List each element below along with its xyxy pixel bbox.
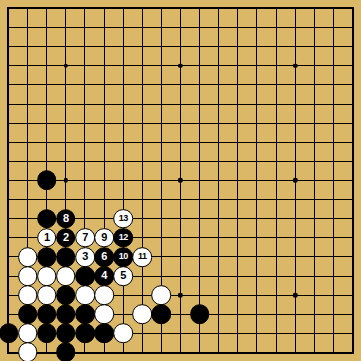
move-number-label: 7 — [82, 232, 88, 243]
stone-black[interactable] — [190, 304, 210, 324]
stone-white[interactable] — [56, 266, 76, 286]
stone-white[interactable] — [132, 304, 152, 324]
stone-black[interactable] — [37, 324, 57, 344]
stone-black[interactable] — [152, 304, 172, 324]
move-number-label: 3 — [82, 251, 88, 262]
stone-black[interactable] — [75, 266, 95, 286]
stone-white[interactable]: 13 — [113, 209, 133, 229]
move-number-label: 6 — [101, 251, 107, 262]
stone-black[interactable] — [94, 324, 114, 344]
stone-white[interactable] — [37, 285, 57, 305]
stone-white[interactable]: 11 — [132, 247, 152, 267]
stone-black[interactable]: 10 — [113, 247, 133, 267]
go-board[interactable]: 81312791236101145 — [0, 0, 361, 361]
stone-white[interactable] — [18, 285, 38, 305]
stone-white[interactable] — [37, 266, 57, 286]
move-number-label: 5 — [120, 271, 126, 282]
stone-black[interactable] — [37, 247, 57, 267]
stone-black[interactable] — [37, 209, 57, 229]
stone-white[interactable] — [18, 247, 38, 267]
stone-black[interactable] — [56, 247, 76, 267]
move-number-label: 10 — [119, 252, 128, 261]
move-number-label: 12 — [119, 233, 128, 242]
stone-black[interactable] — [75, 304, 95, 324]
move-number-label: 11 — [138, 252, 147, 261]
stone-white[interactable] — [152, 285, 172, 305]
stone-white[interactable]: 3 — [75, 247, 95, 267]
stone-black[interactable] — [56, 343, 76, 361]
stone-white[interactable] — [18, 343, 38, 361]
stone-black[interactable] — [56, 304, 76, 324]
move-number-label: 1 — [44, 232, 50, 243]
stone-black[interactable] — [56, 285, 76, 305]
stone-black[interactable] — [18, 304, 38, 324]
stone-black[interactable]: 8 — [56, 209, 76, 229]
stone-white[interactable] — [18, 324, 38, 344]
stone-white[interactable]: 7 — [75, 228, 95, 248]
move-number-label: 4 — [101, 271, 107, 282]
stone-white[interactable] — [113, 324, 133, 344]
move-number-label: 2 — [63, 232, 69, 243]
stone-black[interactable] — [0, 324, 18, 344]
stone-white[interactable]: 1 — [37, 228, 57, 248]
stone-black[interactable] — [75, 324, 95, 344]
stone-black[interactable]: 4 — [94, 266, 114, 286]
stone-black[interactable]: 2 — [56, 228, 76, 248]
stone-white[interactable]: 9 — [94, 228, 114, 248]
stone-white[interactable] — [75, 285, 95, 305]
stone-black[interactable] — [37, 171, 57, 191]
stone-black[interactable]: 12 — [113, 228, 133, 248]
stone-black[interactable] — [56, 324, 76, 344]
stone-black[interactable] — [37, 304, 57, 324]
move-number-label: 9 — [101, 232, 107, 243]
move-number-label: 13 — [119, 214, 128, 223]
stone-black[interactable]: 6 — [94, 247, 114, 267]
stone-white[interactable] — [94, 285, 114, 305]
move-number-label: 8 — [63, 213, 69, 224]
stone-white[interactable]: 5 — [113, 266, 133, 286]
stone-white[interactable] — [94, 304, 114, 324]
stone-white[interactable] — [18, 266, 38, 286]
